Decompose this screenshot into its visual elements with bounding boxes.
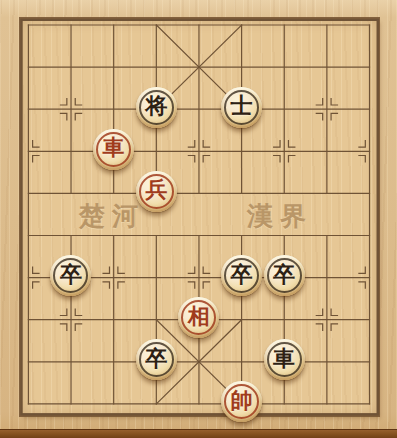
- board-bottom-edge: [0, 429, 397, 438]
- piece-black-soldier[interactable]: 卒: [221, 255, 262, 296]
- piece-red-general[interactable]: 帥: [221, 381, 262, 422]
- piece-glyph: 帥: [221, 381, 262, 422]
- piece-glyph: 相: [178, 297, 219, 338]
- piece-glyph: 兵: [136, 171, 177, 212]
- xiangqi-board-scene: 楚河 漢界 将士車兵卒卒卒相卒車帥: [0, 0, 397, 438]
- piece-red-elephant[interactable]: 相: [178, 297, 219, 338]
- piece-black-advisor[interactable]: 士: [221, 87, 262, 128]
- piece-glyph: 卒: [264, 255, 305, 296]
- piece-black-general[interactable]: 将: [136, 87, 177, 128]
- piece-glyph: 将: [136, 87, 177, 128]
- piece-glyph: 士: [221, 87, 262, 128]
- piece-glyph: 車: [264, 339, 305, 380]
- piece-red-chariot[interactable]: 車: [93, 129, 134, 170]
- piece-glyph: 車: [93, 129, 134, 170]
- piece-glyph: 卒: [136, 339, 177, 380]
- piece-glyph: 卒: [50, 255, 91, 296]
- pieces-grid[interactable]: 将士車兵卒卒卒相卒車帥: [7, 4, 391, 425]
- piece-red-soldier[interactable]: 兵: [136, 171, 177, 212]
- piece-glyph: 卒: [221, 255, 262, 296]
- piece-black-soldier[interactable]: 卒: [136, 339, 177, 380]
- piece-black-soldier[interactable]: 卒: [264, 255, 305, 296]
- piece-black-soldier[interactable]: 卒: [50, 255, 91, 296]
- piece-black-chariot[interactable]: 車: [264, 339, 305, 380]
